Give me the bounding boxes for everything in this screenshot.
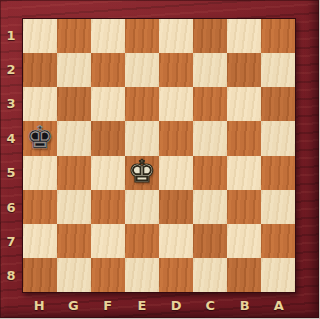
file-labels: HGFEDCBA: [22, 293, 296, 318]
square-h5[interactable]: [23, 156, 57, 190]
square-f4[interactable]: [91, 121, 125, 155]
square-e2[interactable]: [125, 53, 159, 87]
square-h1[interactable]: [23, 19, 57, 53]
square-a1[interactable]: [261, 19, 295, 53]
square-a8[interactable]: [261, 258, 295, 292]
square-h3[interactable]: [23, 87, 57, 121]
square-b5[interactable]: [227, 156, 261, 190]
file-label-d: D: [159, 293, 193, 318]
square-a7[interactable]: [261, 224, 295, 258]
rank-label-4: 4: [0, 121, 22, 155]
square-f2[interactable]: [91, 53, 125, 87]
rank-label-2: 2: [0, 52, 22, 86]
rank-label-5: 5: [0, 156, 22, 190]
square-d6[interactable]: [159, 190, 193, 224]
square-c5[interactable]: [193, 156, 227, 190]
square-h6[interactable]: [23, 190, 57, 224]
square-e6[interactable]: [125, 190, 159, 224]
rank-label-7: 7: [0, 224, 22, 258]
square-c1[interactable]: [193, 19, 227, 53]
file-label-b: B: [228, 293, 262, 318]
square-g7[interactable]: [57, 224, 91, 258]
square-f8[interactable]: [91, 258, 125, 292]
square-f3[interactable]: [91, 87, 125, 121]
square-d4[interactable]: [159, 121, 193, 155]
square-g5[interactable]: [57, 156, 91, 190]
rank-label-3: 3: [0, 87, 22, 121]
rank-label-1: 1: [0, 18, 22, 52]
chess-diagram: 12345678 ♚♚ HGFEDCBA: [0, 0, 320, 319]
file-label-f: F: [91, 293, 125, 318]
square-e4[interactable]: [125, 121, 159, 155]
square-g3[interactable]: [57, 87, 91, 121]
square-b2[interactable]: [227, 53, 261, 87]
file-label-g: G: [56, 293, 90, 318]
square-h2[interactable]: [23, 53, 57, 87]
square-g2[interactable]: [57, 53, 91, 87]
square-f5[interactable]: [91, 156, 125, 190]
square-g8[interactable]: [57, 258, 91, 292]
square-b7[interactable]: [227, 224, 261, 258]
square-g1[interactable]: [57, 19, 91, 53]
square-a4[interactable]: [261, 121, 295, 155]
square-a3[interactable]: [261, 87, 295, 121]
square-d7[interactable]: [159, 224, 193, 258]
square-b1[interactable]: [227, 19, 261, 53]
square-c8[interactable]: [193, 258, 227, 292]
rank-labels: 12345678: [0, 18, 22, 293]
square-c7[interactable]: [193, 224, 227, 258]
square-f7[interactable]: [91, 224, 125, 258]
square-d3[interactable]: [159, 87, 193, 121]
square-d8[interactable]: [159, 258, 193, 292]
black-king: ♚: [26, 122, 54, 153]
square-d2[interactable]: [159, 53, 193, 87]
square-d5[interactable]: [159, 156, 193, 190]
chess-board: ♚♚: [22, 18, 296, 293]
square-c6[interactable]: [193, 190, 227, 224]
square-b3[interactable]: [227, 87, 261, 121]
square-e1[interactable]: [125, 19, 159, 53]
square-e5[interactable]: ♚: [125, 156, 159, 190]
file-label-c: C: [193, 293, 227, 318]
square-e8[interactable]: [125, 258, 159, 292]
square-h4[interactable]: ♚: [23, 121, 57, 155]
file-label-h: H: [22, 293, 56, 318]
square-c2[interactable]: [193, 53, 227, 87]
square-g6[interactable]: [57, 190, 91, 224]
square-d1[interactable]: [159, 19, 193, 53]
rank-label-8: 8: [0, 259, 22, 293]
square-h7[interactable]: [23, 224, 57, 258]
square-h8[interactable]: [23, 258, 57, 292]
square-a6[interactable]: [261, 190, 295, 224]
square-b8[interactable]: [227, 258, 261, 292]
square-f6[interactable]: [91, 190, 125, 224]
white-king: ♚: [128, 156, 156, 187]
square-c3[interactable]: [193, 87, 227, 121]
square-b4[interactable]: [227, 121, 261, 155]
square-e7[interactable]: [125, 224, 159, 258]
square-b6[interactable]: [227, 190, 261, 224]
square-e3[interactable]: [125, 87, 159, 121]
file-label-a: A: [262, 293, 296, 318]
rank-label-6: 6: [0, 190, 22, 224]
file-label-e: E: [125, 293, 159, 318]
square-c4[interactable]: [193, 121, 227, 155]
square-a5[interactable]: [261, 156, 295, 190]
square-f1[interactable]: [91, 19, 125, 53]
square-a2[interactable]: [261, 53, 295, 87]
square-g4[interactable]: [57, 121, 91, 155]
